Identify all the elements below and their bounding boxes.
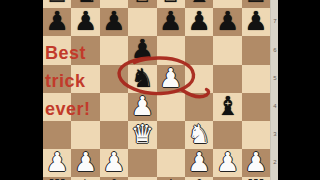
square-d1[interactable] bbox=[128, 177, 156, 180]
piece-white-knight: ♞ bbox=[74, 177, 97, 180]
piece-black-pawn: ♟ bbox=[216, 8, 239, 34]
square-d5[interactable]: ♞ bbox=[128, 65, 156, 93]
piece-black-pawn: ♟ bbox=[244, 8, 267, 34]
square-g1[interactable] bbox=[213, 177, 241, 180]
square-d8[interactable]: ♛ bbox=[128, 0, 156, 8]
piece-white-rook: ♜ bbox=[244, 177, 267, 180]
piece-white-pawn: ♟ bbox=[131, 93, 154, 119]
piece-black-bishop: ♝ bbox=[187, 0, 210, 6]
piece-white-pawn: ♟ bbox=[74, 149, 97, 175]
square-c5[interactable] bbox=[100, 65, 128, 93]
caption-line-1: Best bbox=[45, 39, 91, 67]
piece-black-pawn: ♟ bbox=[131, 36, 154, 62]
piece-black-pawn: ♟ bbox=[46, 8, 69, 34]
square-f5[interactable] bbox=[185, 65, 213, 93]
letterbox-right bbox=[278, 0, 320, 180]
caption-line-2: trick bbox=[45, 67, 91, 95]
square-f4[interactable] bbox=[185, 93, 213, 121]
piece-white-pawn: ♟ bbox=[216, 149, 239, 175]
piece-black-rook: ♜ bbox=[244, 0, 267, 6]
piece-white-rook: ♜ bbox=[46, 177, 69, 180]
piece-black-pawn: ♟ bbox=[187, 8, 210, 34]
square-a3[interactable] bbox=[43, 121, 71, 149]
square-h3[interactable] bbox=[242, 121, 270, 149]
square-d4[interactable]: ♟ bbox=[128, 93, 156, 121]
square-b3[interactable] bbox=[71, 121, 99, 149]
square-c2[interactable]: ♟ bbox=[100, 149, 128, 177]
square-e4[interactable] bbox=[157, 93, 185, 121]
square-b7[interactable]: ♟ bbox=[71, 8, 99, 36]
square-b1[interactable]: ♞ bbox=[71, 177, 99, 180]
square-f6[interactable] bbox=[185, 36, 213, 64]
piece-black-rook: ♜ bbox=[46, 0, 69, 6]
square-e6[interactable] bbox=[157, 36, 185, 64]
square-c6[interactable] bbox=[100, 36, 128, 64]
piece-black-pawn: ♟ bbox=[74, 8, 97, 34]
square-h4[interactable] bbox=[242, 93, 270, 121]
piece-white-pawn: ♟ bbox=[187, 149, 210, 175]
square-e3[interactable] bbox=[157, 121, 185, 149]
caption-line-3: ever! bbox=[45, 95, 91, 123]
square-d2[interactable] bbox=[128, 149, 156, 177]
square-a1[interactable]: ♜ bbox=[43, 177, 71, 180]
overlay-caption: Besttrickever! bbox=[45, 39, 91, 123]
piece-white-pawn: ♟ bbox=[244, 149, 267, 175]
square-c4[interactable] bbox=[100, 93, 128, 121]
square-b2[interactable]: ♟ bbox=[71, 149, 99, 177]
square-e2[interactable] bbox=[157, 149, 185, 177]
square-e1[interactable]: ♚ bbox=[157, 177, 185, 180]
square-d3[interactable]: ♛ bbox=[128, 121, 156, 149]
square-g3[interactable] bbox=[213, 121, 241, 149]
square-g7[interactable]: ♟ bbox=[213, 8, 241, 36]
piece-black-bishop: ♝ bbox=[216, 93, 239, 119]
piece-white-pawn: ♟ bbox=[159, 65, 182, 91]
square-f3[interactable]: ♞ bbox=[185, 121, 213, 149]
square-h1[interactable]: ♜ bbox=[242, 177, 270, 180]
piece-white-king: ♚ bbox=[159, 177, 182, 180]
square-e5[interactable]: ♟ bbox=[157, 65, 185, 93]
letterbox-left bbox=[0, 0, 43, 180]
piece-black-queen: ♛ bbox=[131, 0, 154, 6]
square-h5[interactable] bbox=[242, 65, 270, 93]
square-a2[interactable]: ♟ bbox=[43, 149, 71, 177]
square-d6[interactable]: ♟ bbox=[128, 36, 156, 64]
piece-black-king: ♚ bbox=[159, 0, 182, 6]
piece-white-pawn: ♟ bbox=[102, 149, 125, 175]
square-d7[interactable] bbox=[128, 8, 156, 36]
piece-black-pawn: ♟ bbox=[102, 8, 125, 34]
square-g5[interactable] bbox=[213, 65, 241, 93]
piece-white-bishop: ♝ bbox=[102, 177, 125, 180]
square-e7[interactable]: ♟ bbox=[157, 8, 185, 36]
square-h7[interactable]: ♟ bbox=[242, 8, 270, 36]
piece-white-queen: ♛ bbox=[131, 121, 154, 147]
square-f2[interactable]: ♟ bbox=[185, 149, 213, 177]
piece-white-knight: ♞ bbox=[187, 121, 210, 147]
piece-white-bishop: ♝ bbox=[187, 177, 210, 180]
square-c1[interactable]: ♝ bbox=[100, 177, 128, 180]
square-a7[interactable]: ♟ bbox=[43, 8, 71, 36]
square-c3[interactable] bbox=[100, 121, 128, 149]
piece-black-pawn: ♟ bbox=[159, 8, 182, 34]
square-c7[interactable]: ♟ bbox=[100, 8, 128, 36]
thumbnail-stage: ♜♞♛♚♝♜♟♟♟♟♟♟♟♟♞♟♟♝♛♞♟♟♟♟♟♟♜♞♝♚♝♜ 765432 … bbox=[0, 0, 320, 180]
piece-black-knight: ♞ bbox=[74, 0, 97, 6]
square-f7[interactable]: ♟ bbox=[185, 8, 213, 36]
square-g6[interactable] bbox=[213, 36, 241, 64]
square-g4[interactable]: ♝ bbox=[213, 93, 241, 121]
square-h6[interactable] bbox=[242, 36, 270, 64]
square-h2[interactable]: ♟ bbox=[242, 149, 270, 177]
piece-white-pawn: ♟ bbox=[46, 149, 69, 175]
square-g2[interactable]: ♟ bbox=[213, 149, 241, 177]
piece-black-knight: ♞ bbox=[131, 65, 154, 91]
square-f1[interactable]: ♝ bbox=[185, 177, 213, 180]
